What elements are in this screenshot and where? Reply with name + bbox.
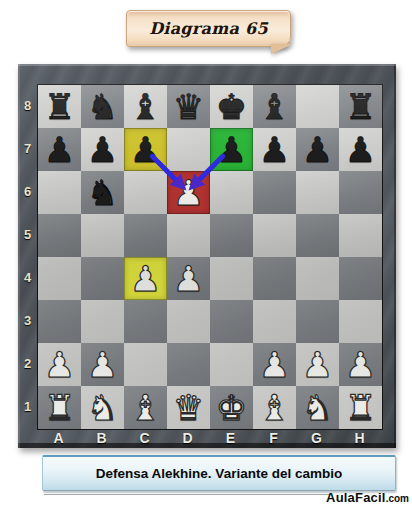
board-squares: ♜♞♝♛♚♝♜♟♟♟♟♟♟♟♞♟♟♟♟♟♟♟♟♜♞♝♛♚♝♞♜ — [37, 84, 383, 430]
file-label-a: A — [37, 429, 80, 447]
square-d2 — [167, 343, 210, 386]
square-f4 — [253, 257, 296, 300]
square-f1: ♝ — [253, 386, 296, 429]
file-label-d: D — [166, 429, 209, 447]
banner-fold-corner — [271, 44, 293, 54]
square-c5 — [124, 214, 167, 257]
square-b8: ♞ — [81, 85, 124, 128]
square-e3 — [210, 300, 253, 343]
square-b6: ♞ — [81, 171, 124, 214]
black-bishop: ♝ — [253, 85, 296, 128]
square-b2: ♟ — [81, 343, 124, 386]
square-d3 — [167, 300, 210, 343]
white-rook: ♜ — [339, 386, 382, 429]
square-h2: ♟ — [339, 343, 382, 386]
square-f8: ♝ — [253, 85, 296, 128]
logo-tld: .com — [386, 493, 409, 504]
square-a5 — [38, 214, 81, 257]
white-pawn: ♟ — [167, 257, 210, 300]
rank-label-8: 8 — [18, 84, 37, 127]
square-h4 — [339, 257, 382, 300]
square-d6: ♟ — [167, 171, 210, 214]
square-d8: ♛ — [167, 85, 210, 128]
black-queen: ♛ — [167, 85, 210, 128]
square-f7: ♟ — [253, 128, 296, 171]
black-pawn: ♟ — [81, 128, 124, 171]
diagram-title: Diagrama 65 — [149, 19, 268, 38]
white-pawn: ♟ — [296, 343, 339, 386]
square-c6 — [124, 171, 167, 214]
square-a6 — [38, 171, 81, 214]
chess-board: 87654321 ♜♞♝♛♚♝♜♟♟♟♟♟♟♟♞♟♟♟♟♟♟♟♟♜♞♝♛♚♝♞♜… — [18, 64, 396, 448]
rank-label-5: 5 — [18, 213, 37, 256]
white-pawn: ♟ — [167, 171, 210, 214]
white-queen: ♛ — [167, 386, 210, 429]
black-pawn: ♟ — [339, 128, 382, 171]
square-f3 — [253, 300, 296, 343]
black-pawn: ♟ — [253, 128, 296, 171]
square-c1: ♝ — [124, 386, 167, 429]
square-e5 — [210, 214, 253, 257]
white-pawn: ♟ — [124, 257, 167, 300]
square-e4 — [210, 257, 253, 300]
file-label-b: B — [80, 429, 123, 447]
square-b7: ♟ — [81, 128, 124, 171]
square-f6 — [253, 171, 296, 214]
square-g7: ♟ — [296, 128, 339, 171]
square-e7: ♟ — [210, 128, 253, 171]
file-label-h: H — [338, 429, 381, 447]
caption-shadow-line — [44, 494, 330, 495]
square-a7: ♟ — [38, 128, 81, 171]
square-g8 — [296, 85, 339, 128]
black-pawn: ♟ — [38, 128, 81, 171]
white-pawn: ♟ — [38, 343, 81, 386]
file-label-g: G — [295, 429, 338, 447]
black-pawn: ♟ — [296, 128, 339, 171]
square-g3 — [296, 300, 339, 343]
black-king: ♚ — [210, 85, 253, 128]
black-pawn: ♟ — [124, 128, 167, 171]
black-pawn: ♟ — [210, 128, 253, 171]
square-h1: ♜ — [339, 386, 382, 429]
black-bishop: ♝ — [124, 85, 167, 128]
rank-label-3: 3 — [18, 299, 37, 342]
square-g1: ♞ — [296, 386, 339, 429]
square-f5 — [253, 214, 296, 257]
rank-label-1: 1 — [18, 385, 37, 428]
file-label-c: C — [123, 429, 166, 447]
square-g6 — [296, 171, 339, 214]
square-e8: ♚ — [210, 85, 253, 128]
white-bishop: ♝ — [253, 386, 296, 429]
square-d1: ♛ — [167, 386, 210, 429]
square-h3 — [339, 300, 382, 343]
square-a3 — [38, 300, 81, 343]
white-rook: ♜ — [38, 386, 81, 429]
square-b4 — [81, 257, 124, 300]
square-g4 — [296, 257, 339, 300]
black-knight: ♞ — [81, 171, 124, 214]
square-c4: ♟ — [124, 257, 167, 300]
square-f2: ♟ — [253, 343, 296, 386]
logo-name: AulaFacil — [326, 490, 386, 505]
square-a1: ♜ — [38, 386, 81, 429]
square-c8: ♝ — [124, 85, 167, 128]
black-knight: ♞ — [81, 85, 124, 128]
black-rook: ♜ — [38, 85, 81, 128]
square-a2: ♟ — [38, 343, 81, 386]
square-e1: ♚ — [210, 386, 253, 429]
file-label-e: E — [209, 429, 252, 447]
square-d5 — [167, 214, 210, 257]
square-e6 — [210, 171, 253, 214]
square-c3 — [124, 300, 167, 343]
square-h5 — [339, 214, 382, 257]
white-pawn: ♟ — [339, 343, 382, 386]
square-a4 — [38, 257, 81, 300]
square-h6 — [339, 171, 382, 214]
square-h7: ♟ — [339, 128, 382, 171]
square-e2 — [210, 343, 253, 386]
rank-label-7: 7 — [18, 127, 37, 170]
rank-label-6: 6 — [18, 170, 37, 213]
square-c7: ♟ — [124, 128, 167, 171]
caption-box: Defensa Alekhine. Variante del cambio — [42, 455, 396, 491]
square-h8: ♜ — [339, 85, 382, 128]
aulafacil-logo: AulaFacil.com — [326, 488, 409, 506]
square-c2 — [124, 343, 167, 386]
black-rook: ♜ — [339, 85, 382, 128]
square-g2: ♟ — [296, 343, 339, 386]
white-king: ♚ — [210, 386, 253, 429]
caption-text: Defensa Alekhine. Variante del cambio — [96, 466, 342, 481]
white-pawn: ♟ — [81, 343, 124, 386]
white-bishop: ♝ — [124, 386, 167, 429]
square-g5 — [296, 214, 339, 257]
rank-label-4: 4 — [18, 256, 37, 299]
diagram-banner: Diagrama 65 — [126, 10, 291, 47]
square-b5 — [81, 214, 124, 257]
square-d4: ♟ — [167, 257, 210, 300]
square-d7 — [167, 128, 210, 171]
rank-label-2: 2 — [18, 342, 37, 385]
white-pawn: ♟ — [253, 343, 296, 386]
square-a8: ♜ — [38, 85, 81, 128]
rank-labels: 87654321 — [18, 84, 37, 428]
white-knight: ♞ — [81, 386, 124, 429]
square-b3 — [81, 300, 124, 343]
square-b1: ♞ — [81, 386, 124, 429]
file-label-f: F — [252, 429, 295, 447]
white-knight: ♞ — [296, 386, 339, 429]
file-labels: ABCDEFGH — [37, 429, 381, 447]
